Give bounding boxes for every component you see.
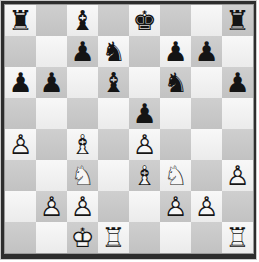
- square-f8[interactable]: [160, 5, 191, 36]
- square-h2[interactable]: [222, 191, 253, 222]
- square-e3[interactable]: ♝♗: [129, 160, 160, 191]
- square-b3[interactable]: [36, 160, 67, 191]
- piece-white-bishop[interactable]: ♗: [129, 160, 160, 191]
- square-c7[interactable]: ♟: [67, 36, 98, 67]
- square-b1[interactable]: [36, 222, 67, 253]
- piece-black-king[interactable]: ♚: [129, 5, 160, 36]
- square-b5[interactable]: [36, 98, 67, 129]
- square-g2[interactable]: ♟♙: [191, 191, 222, 222]
- square-b6[interactable]: ♟: [36, 67, 67, 98]
- square-e8[interactable]: ♚: [129, 5, 160, 36]
- square-d7[interactable]: ♞: [98, 36, 129, 67]
- square-e1[interactable]: [129, 222, 160, 253]
- square-e4[interactable]: ♟♙: [129, 129, 160, 160]
- square-a1[interactable]: [5, 222, 36, 253]
- square-f7[interactable]: ♟: [160, 36, 191, 67]
- square-d4[interactable]: [98, 129, 129, 160]
- piece-black-bishop[interactable]: ♝: [98, 67, 129, 98]
- piece-black-knight[interactable]: ♞: [160, 67, 191, 98]
- square-h6[interactable]: ♟: [222, 67, 253, 98]
- square-a2[interactable]: [5, 191, 36, 222]
- square-d5[interactable]: [98, 98, 129, 129]
- square-h7[interactable]: [222, 36, 253, 67]
- piece-white-pawn[interactable]: ♙: [36, 191, 67, 222]
- piece-white-pawn[interactable]: ♙: [67, 191, 98, 222]
- piece-white-king[interactable]: ♔: [67, 222, 98, 253]
- piece-white-pawn[interactable]: ♙: [5, 129, 36, 160]
- square-d1[interactable]: ♜♖: [98, 222, 129, 253]
- square-e7[interactable]: [129, 36, 160, 67]
- square-e2[interactable]: [129, 191, 160, 222]
- piece-white-pawn[interactable]: ♙: [191, 191, 222, 222]
- piece-white-knight[interactable]: ♘: [160, 160, 191, 191]
- square-a3[interactable]: [5, 160, 36, 191]
- piece-black-pawn[interactable]: ♟: [222, 67, 253, 98]
- square-c1[interactable]: ♚♔: [67, 222, 98, 253]
- square-a8[interactable]: ♜: [5, 5, 36, 36]
- square-f3[interactable]: ♞♘: [160, 160, 191, 191]
- square-c4[interactable]: ♝♗: [67, 129, 98, 160]
- square-e6[interactable]: [129, 67, 160, 98]
- square-c5[interactable]: [67, 98, 98, 129]
- square-b8[interactable]: [36, 5, 67, 36]
- chess-board: ♜♝♚♜♟♞♟♟♟♟♝♞♟♟♟♙♝♗♟♙♞♘♝♗♞♘♟♙♟♙♟♙♟♙♟♙♚♔♜♖…: [4, 4, 254, 254]
- square-a5[interactable]: [5, 98, 36, 129]
- square-f4[interactable]: [160, 129, 191, 160]
- square-c6[interactable]: [67, 67, 98, 98]
- piece-black-rook[interactable]: ♜: [222, 5, 253, 36]
- piece-white-rook[interactable]: ♖: [222, 222, 253, 253]
- piece-white-bishop[interactable]: ♗: [67, 129, 98, 160]
- square-d6[interactable]: ♝: [98, 67, 129, 98]
- piece-black-bishop[interactable]: ♝: [67, 5, 98, 36]
- piece-black-pawn[interactable]: ♟: [191, 36, 222, 67]
- square-c8[interactable]: ♝: [67, 5, 98, 36]
- square-c3[interactable]: ♞♘: [67, 160, 98, 191]
- piece-black-pawn[interactable]: ♟: [67, 36, 98, 67]
- piece-black-pawn[interactable]: ♟: [160, 36, 191, 67]
- square-g4[interactable]: [191, 129, 222, 160]
- square-f6[interactable]: ♞: [160, 67, 191, 98]
- square-g5[interactable]: [191, 98, 222, 129]
- square-a4[interactable]: ♟♙: [5, 129, 36, 160]
- square-d8[interactable]: [98, 5, 129, 36]
- piece-black-pawn[interactable]: ♟: [129, 98, 160, 129]
- piece-black-pawn[interactable]: ♟: [5, 67, 36, 98]
- square-g6[interactable]: [191, 67, 222, 98]
- square-d3[interactable]: [98, 160, 129, 191]
- square-f2[interactable]: ♟♙: [160, 191, 191, 222]
- square-h4[interactable]: [222, 129, 253, 160]
- square-h8[interactable]: ♜: [222, 5, 253, 36]
- square-f5[interactable]: [160, 98, 191, 129]
- piece-white-pawn[interactable]: ♙: [129, 129, 160, 160]
- square-g1[interactable]: [191, 222, 222, 253]
- board-border: ♜♝♚♜♟♞♟♟♟♟♝♞♟♟♟♙♝♗♟♙♞♘♝♗♞♘♟♙♟♙♟♙♟♙♟♙♚♔♜♖…: [1, 1, 256, 259]
- square-h5[interactable]: [222, 98, 253, 129]
- piece-black-knight[interactable]: ♞: [98, 36, 129, 67]
- chess-board-frame: ♜♝♚♜♟♞♟♟♟♟♝♞♟♟♟♙♝♗♟♙♞♘♝♗♞♘♟♙♟♙♟♙♟♙♟♙♚♔♜♖…: [0, 0, 257, 260]
- square-b7[interactable]: [36, 36, 67, 67]
- square-h1[interactable]: ♜♖: [222, 222, 253, 253]
- piece-white-rook[interactable]: ♖: [98, 222, 129, 253]
- square-a6[interactable]: ♟: [5, 67, 36, 98]
- square-b2[interactable]: ♟♙: [36, 191, 67, 222]
- square-h3[interactable]: ♟♙: [222, 160, 253, 191]
- piece-white-pawn[interactable]: ♙: [160, 191, 191, 222]
- piece-white-pawn[interactable]: ♙: [222, 160, 253, 191]
- square-e5[interactable]: ♟: [129, 98, 160, 129]
- square-g8[interactable]: [191, 5, 222, 36]
- square-a7[interactable]: [5, 36, 36, 67]
- square-c2[interactable]: ♟♙: [67, 191, 98, 222]
- piece-white-knight[interactable]: ♘: [67, 160, 98, 191]
- square-g3[interactable]: [191, 160, 222, 191]
- square-f1[interactable]: [160, 222, 191, 253]
- square-d2[interactable]: [98, 191, 129, 222]
- piece-black-pawn[interactable]: ♟: [36, 67, 67, 98]
- piece-black-rook[interactable]: ♜: [5, 5, 36, 36]
- square-b4[interactable]: [36, 129, 67, 160]
- square-g7[interactable]: ♟: [191, 36, 222, 67]
